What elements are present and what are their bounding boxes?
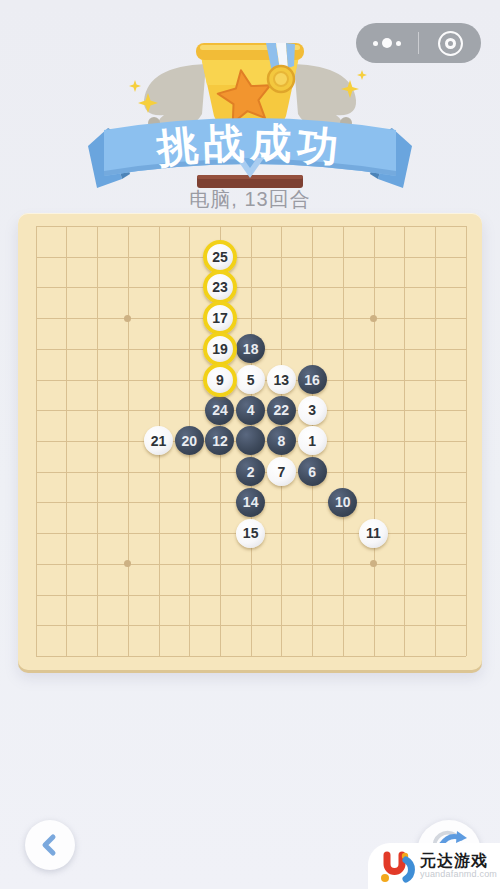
stone-22: 22 <box>267 396 296 425</box>
stone-20: 20 <box>175 426 204 455</box>
stone-12: 12 <box>205 426 234 455</box>
stone-19: 19 <box>203 332 237 366</box>
back-button[interactable] <box>25 820 75 870</box>
stone-8: 8 <box>267 426 296 455</box>
star-point <box>370 315 377 322</box>
grid-line-h <box>36 595 466 596</box>
grid-line-v <box>404 226 405 656</box>
watermark-domain: yuandafanmd.com <box>420 870 497 879</box>
stone-10: 10 <box>328 488 357 517</box>
victory-trophy-banner: 挑战成功 <box>88 30 412 198</box>
stone-6: 6 <box>298 457 327 486</box>
stone-1: 1 <box>298 426 327 455</box>
grid-line-v <box>343 226 344 656</box>
stone-23: 23 <box>203 270 237 304</box>
stone-16: 16 <box>298 365 327 394</box>
star-point <box>124 560 131 567</box>
grid-line-v <box>466 226 467 656</box>
watermark-brand: 元达游戏 <box>420 853 497 870</box>
grid-line-v <box>435 226 436 656</box>
stone-3: 3 <box>298 396 327 425</box>
chevron-left-icon <box>37 832 63 858</box>
grid-line-v <box>374 226 375 656</box>
stone-2: 2 <box>236 457 265 486</box>
watermark-badge[interactable]: 元达游戏 yuandafanmd.com <box>368 843 500 889</box>
circle-target-icon <box>438 31 463 56</box>
stone-24: 24 <box>205 396 234 425</box>
stone-11: 11 <box>359 519 388 548</box>
stone-15: 15 <box>236 519 265 548</box>
stone-25: 25 <box>203 240 237 274</box>
star-point <box>124 315 131 322</box>
stone-18: 18 <box>236 334 265 363</box>
stone-first-black <box>236 426 265 455</box>
stone-7: 7 <box>267 457 296 486</box>
stone-4: 4 <box>236 396 265 425</box>
app-screen: 挑战成功 电脑, 13回合 18513162442232120128127614… <box>0 0 500 889</box>
star-point <box>370 560 377 567</box>
grid-line-h <box>36 625 466 626</box>
gomoku-board[interactable]: 1851316244223212012812761410151125231719… <box>18 213 482 670</box>
stone-5: 5 <box>236 365 265 394</box>
grid-line-h <box>36 564 466 565</box>
stone-14: 14 <box>236 488 265 517</box>
grid-line-h <box>36 656 466 657</box>
capsule-home-button[interactable] <box>419 23 481 63</box>
yuanda-logo-icon <box>379 848 415 884</box>
result-subtitle: 电脑, 13回合 <box>0 186 500 213</box>
stone-21: 21 <box>144 426 173 455</box>
stone-9: 9 <box>203 363 237 397</box>
stone-17: 17 <box>203 301 237 335</box>
stone-13: 13 <box>267 365 296 394</box>
